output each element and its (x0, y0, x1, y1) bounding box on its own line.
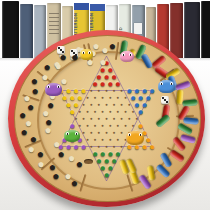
tray-checker-black[interactable]: ● (30, 133, 37, 145)
tray-checker-black[interactable]: ● (71, 51, 78, 63)
star-peg-green[interactable]: ● (104, 169, 110, 179)
star-hole-r5c8[interactable]: ● (124, 95, 127, 100)
star-hole-r7c1[interactable]: ● (79, 109, 82, 114)
star-hole-r8c2[interactable]: ● (90, 116, 93, 121)
star-hole-r7c8[interactable]: ● (132, 109, 135, 114)
cartoon-eye (75, 132, 78, 135)
frog-orange-cartoon (126, 131, 144, 145)
star-hole-r4c4[interactable]: ● (90, 88, 93, 93)
star-hole-r7c5[interactable]: ● (109, 109, 112, 114)
star-hole-r6c3[interactable]: ● (90, 102, 93, 107)
tray-checker-black[interactable]: ● (71, 177, 78, 189)
star-hole-r11c6[interactable]: ● (109, 137, 112, 142)
star-hole-r6c8[interactable]: ● (128, 102, 131, 107)
tray-checker-black[interactable]: ● (31, 75, 38, 87)
star-hole-r4c8[interactable]: ● (120, 88, 123, 93)
star-hole-r6c7[interactable]: ● (120, 102, 123, 107)
star-peg-purple[interactable]: ● (73, 141, 79, 151)
cartoon-eye (82, 51, 85, 54)
star-hole-r9c4[interactable]: ● (101, 123, 104, 128)
star-hole-r9c7[interactable]: ● (124, 123, 127, 128)
cartoon-eye (128, 133, 131, 136)
game-board: ●●●●●●●●●●●●●●●●●●●●●●●●●●●●●●●●●●●●●●●●… (8, 30, 205, 207)
cartoon-eye (66, 132, 69, 135)
tray-checker-white[interactable]: ● (61, 75, 68, 87)
star-hole-r10c6[interactable]: ● (113, 130, 116, 135)
star-hole-r5c7[interactable]: ● (117, 95, 120, 100)
star-hole-r11c4[interactable]: ● (94, 137, 97, 142)
tray-checker-white[interactable]: ● (53, 138, 60, 150)
cartoon-eye (129, 53, 132, 56)
star-hole-r8c4[interactable]: ● (105, 116, 108, 121)
cartoon-eye (160, 82, 163, 85)
star-hole-r4c6[interactable]: ● (105, 88, 108, 93)
die[interactable] (161, 96, 169, 104)
star-hole-r4c7[interactable]: ● (113, 88, 116, 93)
star-hole-r9c3[interactable]: ● (94, 123, 97, 128)
pig-cartoon (120, 51, 134, 62)
tray-checker-black[interactable]: ● (76, 158, 83, 170)
star-hole-r5c4[interactable]: ● (94, 95, 97, 100)
tray-checker-white[interactable]: ● (99, 56, 106, 68)
finger-notch (84, 159, 93, 164)
tray-checker-black[interactable]: ● (43, 61, 50, 73)
star-hole-r6c2[interactable]: ● (82, 102, 85, 107)
tray-checker-black[interactable]: ● (109, 39, 116, 51)
tray-peg-blue[interactable] (184, 117, 199, 124)
tray-checker-black[interactable]: ● (60, 50, 67, 62)
star-hole-r8c7[interactable]: ● (128, 116, 131, 121)
star-hole-r9c2[interactable]: ● (86, 123, 89, 128)
star-hole-r6c6[interactable]: ● (113, 102, 116, 107)
cartoon-eye (57, 85, 60, 88)
cartoon-eye (47, 85, 50, 88)
duck-cartoon (80, 49, 93, 60)
star-hole-r8c3[interactable]: ● (98, 116, 101, 121)
star-hole-r7c3[interactable]: ● (94, 109, 97, 114)
tray-checker-white[interactable]: ● (24, 91, 31, 103)
hippo-purple-cartoon (45, 83, 62, 96)
cartoon-eye (170, 82, 173, 85)
star-hole-r10c7[interactable]: ● (120, 130, 123, 135)
star-hole-r8c1[interactable]: ● (82, 116, 85, 121)
star-hole-r9c6[interactable]: ● (117, 123, 120, 128)
star-hole-r6c4[interactable]: ● (98, 102, 101, 107)
star-hole-r7c4[interactable]: ● (101, 109, 104, 114)
star-hole-r7c2[interactable]: ● (86, 109, 89, 114)
star-hole-r10c4[interactable]: ● (98, 130, 101, 135)
tray-checker-black[interactable]: ● (37, 148, 44, 160)
frog-green-cartoon (64, 130, 80, 142)
tray-checker-white[interactable]: ● (68, 152, 75, 164)
cartoon-eye (122, 53, 125, 56)
scene: JAMES PATTERSONJAMES PATTERSONLIQUID ●●●… (0, 0, 210, 210)
star-hole-r11c5[interactable]: ● (101, 137, 104, 142)
star-hole-r8c6[interactable]: ● (120, 116, 123, 121)
star-peg-blue[interactable]: ● (138, 106, 144, 116)
star-peg-orange[interactable]: ● (149, 141, 155, 151)
star-hole-r11c7[interactable]: ● (117, 137, 120, 142)
star-hole-r7c6[interactable]: ● (117, 109, 120, 114)
star-hole-r10c3[interactable]: ● (90, 130, 93, 135)
tray-checker-black[interactable]: ● (19, 108, 26, 120)
star-hole-r8c5[interactable]: ● (113, 116, 116, 121)
star-hole-r9c5[interactable]: ● (109, 123, 112, 128)
tray-checker-black[interactable]: ● (49, 161, 56, 173)
star-hole-r10c5[interactable]: ● (105, 130, 108, 135)
star-peg-purple[interactable]: ● (66, 141, 72, 151)
star-hole-r6c5[interactable]: ● (105, 102, 108, 107)
star-hole-r7c7[interactable]: ● (124, 109, 127, 114)
star-peg-purple[interactable]: ● (81, 141, 87, 151)
cartoon-eye (88, 51, 91, 54)
tray-checker-white[interactable]: ● (64, 170, 71, 182)
star-hole-r4c5[interactable]: ● (98, 88, 101, 93)
star-hole-r5c3[interactable]: ● (86, 95, 89, 100)
cartoon-eye (139, 133, 142, 136)
hippo-blue-cartoon (158, 80, 175, 93)
star-hole-r5c6[interactable]: ● (109, 95, 112, 100)
star-hole-r5c5[interactable]: ● (101, 95, 104, 100)
